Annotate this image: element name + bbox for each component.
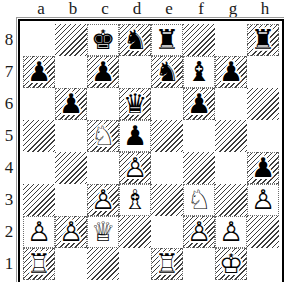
file-label-c: c — [89, 0, 121, 19]
black-pawn-icon: ♟ — [247, 152, 279, 184]
square-g2: ♟♙ — [215, 216, 247, 248]
black-pawn-icon: ♟ — [215, 56, 247, 88]
black-pawn-icon: ♟ — [55, 88, 87, 120]
square-h2 — [247, 216, 279, 248]
square-f1 — [183, 248, 215, 280]
white-pawn-icon: ♙ — [215, 216, 247, 248]
square-b1 — [55, 248, 87, 280]
black-pawn-piece: ♟ — [183, 88, 215, 120]
square-c8: ♚ — [87, 24, 119, 56]
white-king-icon: ♔ — [215, 248, 247, 280]
rank-label-6: 6 — [0, 88, 18, 120]
white-rook-icon: ♖ — [151, 248, 183, 280]
square-b7 — [55, 56, 87, 88]
square-g5 — [215, 120, 247, 152]
white-bishop-piece: ♝♗ — [119, 184, 151, 216]
file-label-b: b — [57, 0, 89, 19]
black-pawn-icon: ♟ — [119, 120, 151, 152]
white-pawn-icon: ♙ — [87, 184, 119, 216]
black-pawn-icon: ♟ — [183, 88, 215, 120]
black-pawn-piece: ♟ — [215, 56, 247, 88]
square-f3: ♞♘ — [183, 184, 215, 216]
square-c6 — [87, 88, 119, 120]
square-a6 — [23, 88, 55, 120]
square-g4 — [215, 152, 247, 184]
square-d3: ♝♗ — [119, 184, 151, 216]
square-e2 — [151, 216, 183, 248]
square-a5 — [23, 120, 55, 152]
white-knight-icon: ♘ — [87, 120, 119, 152]
white-queen-piece: ♛♕ — [87, 216, 119, 248]
square-a8 — [23, 24, 55, 56]
square-c2: ♛♕ — [87, 216, 119, 248]
square-e1: ♜♖ — [151, 248, 183, 280]
square-a2: ♟♙ — [23, 216, 55, 248]
black-knight-icon: ♞ — [151, 56, 183, 88]
file-label-f: f — [185, 0, 217, 19]
white-pawn-piece: ♟♙ — [55, 216, 87, 248]
square-d1 — [119, 248, 151, 280]
file-label-d: d — [121, 0, 153, 19]
square-h7 — [247, 56, 279, 88]
rank-label-5: 5 — [0, 120, 18, 152]
square-e4 — [151, 152, 183, 184]
white-pawn-icon: ♙ — [247, 184, 279, 216]
square-b6: ♟ — [55, 88, 87, 120]
square-d4: ♟♙ — [119, 152, 151, 184]
square-d8: ♞ — [119, 24, 151, 56]
rank-label-2: 2 — [0, 216, 18, 248]
square-c7: ♟ — [87, 56, 119, 88]
file-label-g: g — [217, 0, 249, 19]
rank-label-7: 7 — [0, 56, 18, 88]
black-knight-icon: ♞ — [119, 24, 151, 56]
white-rook-piece: ♜♖ — [23, 248, 55, 280]
black-pawn-piece: ♟ — [87, 56, 119, 88]
rank-label-4: 4 — [0, 152, 18, 184]
black-rook-piece: ♜ — [151, 24, 183, 56]
square-f2: ♟♙ — [183, 216, 215, 248]
black-bishop-piece: ♝ — [183, 56, 215, 88]
square-e8: ♜ — [151, 24, 183, 56]
square-h1 — [247, 248, 279, 280]
file-labels: abcdefgh — [25, 0, 284, 19]
square-h3: ♟♙ — [247, 184, 279, 216]
square-b5 — [55, 120, 87, 152]
square-e6 — [151, 88, 183, 120]
square-d7 — [119, 56, 151, 88]
white-rook-icon: ♖ — [23, 248, 55, 280]
black-queen-piece: ♛ — [119, 88, 151, 120]
white-pawn-piece: ♟♙ — [87, 184, 119, 216]
chess-diagram: abcdefgh 87654321 ♚♞♜♜♟♟♞♝♟♟♛♟♞♘♟♟♙♟♟♙♝♗… — [0, 0, 284, 282]
square-g3 — [215, 184, 247, 216]
square-a3 — [23, 184, 55, 216]
black-knight-piece: ♞ — [151, 56, 183, 88]
white-rook-piece: ♜♖ — [151, 248, 183, 280]
square-f4 — [183, 152, 215, 184]
white-queen-icon: ♕ — [87, 216, 119, 248]
black-rook-icon: ♜ — [247, 24, 279, 56]
square-a7: ♟ — [23, 56, 55, 88]
black-pawn-piece: ♟ — [23, 56, 55, 88]
white-pawn-piece: ♟♙ — [215, 216, 247, 248]
square-e7: ♞ — [151, 56, 183, 88]
white-pawn-icon: ♙ — [23, 216, 55, 248]
square-c1 — [87, 248, 119, 280]
square-b8 — [55, 24, 87, 56]
file-label-h: h — [249, 0, 281, 19]
black-queen-icon: ♛ — [119, 88, 151, 120]
white-pawn-icon: ♙ — [119, 152, 151, 184]
square-g8 — [215, 24, 247, 56]
white-pawn-piece: ♟♙ — [119, 152, 151, 184]
board-frame: ♚♞♜♜♟♟♞♝♟♟♛♟♞♘♟♟♙♟♟♙♝♗♞♘♟♙♟♙♟♙♛♕♟♙♟♙♜♖♜♖… — [18, 19, 284, 282]
black-pawn-piece: ♟ — [247, 152, 279, 184]
square-e5 — [151, 120, 183, 152]
square-d5: ♟ — [119, 120, 151, 152]
square-c5: ♞♘ — [87, 120, 119, 152]
black-pawn-icon: ♟ — [23, 56, 55, 88]
black-pawn-piece: ♟ — [55, 88, 87, 120]
square-b4 — [55, 152, 87, 184]
black-rook-piece: ♜ — [247, 24, 279, 56]
white-pawn-piece: ♟♙ — [247, 184, 279, 216]
white-knight-piece: ♞♘ — [87, 120, 119, 152]
square-g1: ♚♔ — [215, 248, 247, 280]
white-king-piece: ♚♔ — [215, 248, 247, 280]
black-pawn-piece: ♟ — [119, 120, 151, 152]
black-bishop-icon: ♝ — [183, 56, 215, 88]
square-h4: ♟ — [247, 152, 279, 184]
black-king-piece: ♚ — [87, 24, 119, 56]
square-d2 — [119, 216, 151, 248]
square-g7: ♟ — [215, 56, 247, 88]
white-pawn-icon: ♙ — [55, 216, 87, 248]
square-g6 — [215, 88, 247, 120]
square-h8: ♜ — [247, 24, 279, 56]
black-rook-icon: ♜ — [151, 24, 183, 56]
square-b2: ♟♙ — [55, 216, 87, 248]
rank-label-1: 1 — [0, 248, 18, 280]
black-knight-piece: ♞ — [119, 24, 151, 56]
file-label-e: e — [153, 0, 185, 19]
black-king-icon: ♚ — [87, 24, 119, 56]
square-f5 — [183, 120, 215, 152]
white-knight-piece: ♞♘ — [183, 184, 215, 216]
rank-label-3: 3 — [0, 184, 18, 216]
square-f8 — [183, 24, 215, 56]
white-pawn-piece: ♟♙ — [23, 216, 55, 248]
rank-labels: 87654321 — [0, 19, 18, 282]
square-a4 — [23, 152, 55, 184]
square-f7: ♝ — [183, 56, 215, 88]
square-c3: ♟♙ — [87, 184, 119, 216]
black-pawn-icon: ♟ — [87, 56, 119, 88]
white-bishop-icon: ♗ — [119, 184, 151, 216]
square-b3 — [55, 184, 87, 216]
white-pawn-icon: ♙ — [183, 216, 215, 248]
file-label-a: a — [25, 0, 57, 19]
square-h6 — [247, 88, 279, 120]
square-e3 — [151, 184, 183, 216]
square-d6: ♛ — [119, 88, 151, 120]
square-c4 — [87, 152, 119, 184]
square-f6: ♟ — [183, 88, 215, 120]
square-a1: ♜♖ — [23, 248, 55, 280]
chess-board: ♚♞♜♜♟♟♞♝♟♟♛♟♞♘♟♟♙♟♟♙♝♗♞♘♟♙♟♙♟♙♛♕♟♙♟♙♜♖♜♖… — [23, 24, 279, 280]
square-h5 — [247, 120, 279, 152]
white-knight-icon: ♘ — [183, 184, 215, 216]
white-pawn-piece: ♟♙ — [183, 216, 215, 248]
rank-label-8: 8 — [0, 24, 18, 56]
